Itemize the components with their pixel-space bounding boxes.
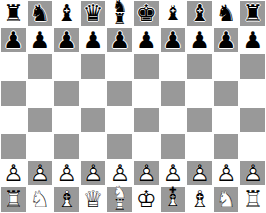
black-pawn-piece[interactable]: ♟ [133,27,160,54]
bishop-glyph-icon: ♝♗ [53,186,80,213]
queen-glyph-icon: ♛ [80,0,107,27]
cross-icon: ✚ [160,186,187,195]
white-bishop-piece[interactable]: ♝♗ [53,186,80,213]
white-pawn-piece[interactable]: ♟♙ [27,160,54,187]
pawn-glyph-icon-outline: ♙ [27,160,54,187]
pawn-glyph-icon: ♟ [213,27,240,54]
square-d7[interactable]: ♟ [80,27,107,54]
black-pawn-piece[interactable]: ♟ [27,27,54,54]
black-king-piece[interactable]: ♚ [133,0,160,27]
square-g7[interactable]: ♟ [160,27,187,54]
knight-glyph-icon: ♞ [213,0,240,27]
king-glyph-icon: ♚♔ [133,186,160,213]
square-j8[interactable]: ♜ [239,0,266,27]
square-h1[interactable]: ♝♗ [186,186,213,213]
knight-glyph-icon-outline: ♘ [27,186,54,213]
pawn-glyph-icon: ♟ [0,27,27,54]
square-e3[interactable] [106,133,133,160]
square-g2[interactable]: ♟♙ [160,160,187,187]
white-pawn-piece[interactable]: ♟♙ [213,160,240,187]
square-c4[interactable] [53,107,80,134]
square-j6[interactable] [239,53,266,80]
pawn-glyph-icon-outline: ♙ [213,160,240,187]
pawn-glyph-icon: ♟♙ [133,160,160,187]
queen-glyph-icon-outline: ♕ [80,186,107,213]
square-j1[interactable]: ♜♖ [239,186,266,213]
rook-base-glyph-icon: ♜♖ [106,198,133,213]
white-rook-piece[interactable]: ♜♖ [0,186,27,213]
square-h7[interactable]: ♟ [186,27,213,54]
black-chancellor-piece[interactable]: ♞♜ [106,0,133,27]
rook-glyph-icon-outline: ♖ [239,186,266,213]
square-f6[interactable] [133,53,160,80]
pawn-glyph-icon: ♟ [106,27,133,54]
pawn-glyph-icon: ♟♙ [53,160,80,187]
pawn-glyph-icon: ♟♙ [160,160,187,187]
square-g1[interactable]: ♝♗✚ [160,186,187,213]
pawn-glyph-icon: ♟♙ [239,160,266,187]
king-glyph-icon: ♚ [133,0,160,27]
pawn-glyph-icon: ♟ [213,27,240,54]
black-pawn-piece[interactable]: ♟ [213,27,240,54]
king-glyph-icon-outline: ♔ [133,186,160,213]
knight-glyph-icon: ♞♘ [27,186,54,213]
square-f4[interactable] [133,107,160,134]
pawn-glyph-icon: ♟ [27,27,54,54]
square-a8[interactable]: ♜ [0,0,27,27]
knight-glyph-icon: ♞♘ [213,186,240,213]
square-c3[interactable] [53,133,80,160]
black-bishop-piece[interactable]: ♝ [186,0,213,27]
king-glyph-icon: ♚ [133,0,160,27]
pawn-glyph-icon: ♟ [53,27,80,54]
square-e8[interactable]: ♞♜ [106,0,133,27]
black-rook-piece[interactable]: ♜ [239,0,266,27]
square-i7[interactable]: ♟ [213,27,240,54]
pawn-glyph-icon: ♟ [53,27,80,54]
pawn-glyph-icon-outline: ♙ [239,160,266,187]
bishop-glyph-icon-outline: ♗ [186,186,213,213]
square-j3[interactable] [239,133,266,160]
square-d6[interactable] [80,53,107,80]
white-knight-piece[interactable]: ♞♘ [27,186,54,213]
white-queen-piece[interactable]: ♛♕ [80,186,107,213]
square-d8[interactable]: ♛ [80,0,107,27]
knight-glyph-icon-outline: ♘ [213,186,240,213]
square-b1[interactable]: ♞♘ [27,186,54,213]
bishop-glyph-icon: ♝♗ [186,186,213,213]
square-h8[interactable]: ♝ [186,0,213,27]
knight-glyph-icon: ♞ [27,0,54,27]
square-g3[interactable] [160,133,187,160]
pawn-glyph-icon: ♟ [160,27,187,54]
rook-glyph-icon: ♜ [0,0,27,27]
black-pawn-piece[interactable]: ♟ [53,27,80,54]
rook-glyph-icon: ♜ [239,0,266,27]
pawn-glyph-icon-outline: ♙ [80,160,107,187]
rook-base-glyph-icon: ♜ [106,12,133,27]
rook-glyph-icon-outline: ♖ [0,186,27,213]
pawn-glyph-icon: ♟♙ [213,160,240,187]
white-pawn-piece[interactable]: ♟♙ [0,160,27,187]
bishop-glyph-icon: ♝ [186,0,213,27]
square-a2[interactable]: ♟♙ [0,160,27,187]
white-pawn-piece[interactable]: ♟♙ [160,160,187,187]
square-h4[interactable] [186,107,213,134]
square-f1[interactable]: ♚♔ [133,186,160,213]
square-f2[interactable]: ♟♙ [133,160,160,187]
square-d1[interactable]: ♛♕ [80,186,107,213]
square-i5[interactable] [213,80,240,107]
pawn-glyph-icon-outline: ♙ [160,160,187,187]
pawn-glyph-icon-outline: ♙ [0,160,27,187]
pawn-glyph-icon: ♟ [239,27,266,54]
bishop-glyph-icon: ♝ [186,0,213,27]
square-b2[interactable]: ♟♙ [27,160,54,187]
square-j4[interactable] [239,107,266,134]
square-i4[interactable] [213,107,240,134]
white-chancellor-piece[interactable]: ♞♘♜♖ [106,186,133,213]
square-d4[interactable] [80,107,107,134]
black-pawn-piece[interactable]: ♟ [239,27,266,54]
square-f5[interactable] [133,80,160,107]
pawn-glyph-icon: ♟♙ [186,160,213,187]
black-pawn-piece[interactable]: ♟ [186,27,213,54]
square-h5[interactable] [186,80,213,107]
square-e1[interactable]: ♞♘♜♖ [106,186,133,213]
square-f8[interactable]: ♚ [133,0,160,27]
square-d2[interactable]: ♟♙ [80,160,107,187]
rook-base-glyph-icon: ♜ [106,12,133,27]
square-c8[interactable]: ♝ [53,0,80,27]
square-f3[interactable] [133,133,160,160]
square-g6[interactable] [160,53,187,80]
square-i2[interactable]: ♟♙ [213,160,240,187]
pawn-glyph-icon: ♟ [106,27,133,54]
square-a7[interactable]: ♟ [0,27,27,54]
pawn-glyph-icon: ♟♙ [27,160,54,187]
pawn-glyph-icon: ♟ [186,27,213,54]
square-h2[interactable]: ♟♙ [186,160,213,187]
square-g5[interactable] [160,80,187,107]
square-i3[interactable] [213,133,240,160]
bishop-glyph-icon-outline: ♗ [53,186,80,213]
square-c6[interactable] [53,53,80,80]
pawn-glyph-icon: ♟ [186,27,213,54]
black-pawn-piece[interactable]: ♟ [0,27,27,54]
white-bishop-piece[interactable]: ♝♗ [186,186,213,213]
pawn-glyph-icon-outline: ♙ [186,160,213,187]
square-h6[interactable] [186,53,213,80]
pawn-glyph-icon: ♟ [133,27,160,54]
white-king-piece[interactable]: ♚♔ [133,186,160,213]
square-b7[interactable]: ♟ [27,27,54,54]
pawn-glyph-icon: ♟♙ [80,160,107,187]
square-f7[interactable]: ♟ [133,27,160,54]
pawn-glyph-icon: ♟ [80,27,107,54]
white-pawn-piece[interactable]: ♟♙ [239,160,266,187]
white-archbishop-piece[interactable]: ♝♗✚ [160,186,187,213]
pawn-glyph-icon: ♟♙ [0,160,27,187]
square-j2[interactable]: ♟♙ [239,160,266,187]
square-g4[interactable] [160,107,187,134]
pawn-glyph-icon: ♟ [160,27,187,54]
pawn-glyph-icon: ♟ [0,27,27,54]
square-h3[interactable] [186,133,213,160]
queen-glyph-icon: ♛ [80,0,107,27]
rook-glyph-icon: ♜♖ [239,186,266,213]
square-g8[interactable]: ♝✚ [160,0,187,27]
black-archbishop-piece[interactable]: ♝✚ [160,0,187,27]
square-a3[interactable] [0,133,27,160]
square-a6[interactable] [0,53,27,80]
square-d3[interactable] [80,133,107,160]
black-pawn-piece[interactable]: ♟ [160,27,187,54]
black-knight-piece[interactable]: ♞ [27,0,54,27]
square-i1[interactable]: ♞♘ [213,186,240,213]
white-pawn-piece[interactable]: ♟♙ [133,160,160,187]
pawn-glyph-icon: ♟ [80,27,107,54]
square-e7[interactable]: ♟ [106,27,133,54]
gothic-chess-board: ♜♞♝♛♞♜♚♝✚♝♞♜♟♟♟♟♟♟♟♟♟♟♟♙♟♙♟♙♟♙♟♙♟♙♟♙♟♙♟♙… [0,0,266,213]
square-a4[interactable] [0,107,27,134]
bishop-glyph-icon: ♝ [53,0,80,27]
square-b4[interactable] [27,107,54,134]
rook-glyph-icon: ♜ [0,0,27,27]
square-b8[interactable]: ♞ [27,0,54,27]
bishop-glyph-icon: ♝ [53,0,80,27]
square-d5[interactable] [80,80,107,107]
square-a1[interactable]: ♜♖ [0,186,27,213]
white-knight-piece[interactable]: ♞♘ [213,186,240,213]
pawn-glyph-icon: ♟ [239,27,266,54]
square-c7[interactable]: ♟ [53,27,80,54]
black-bishop-piece[interactable]: ♝ [53,0,80,27]
white-rook-piece[interactable]: ♜♖ [239,186,266,213]
black-pawn-piece[interactable]: ♟ [106,27,133,54]
square-b5[interactable] [27,80,54,107]
square-i6[interactable] [213,53,240,80]
black-queen-piece[interactable]: ♛ [80,0,107,27]
black-knight-piece[interactable]: ♞ [213,0,240,27]
queen-glyph-icon: ♛♕ [80,186,107,213]
square-c5[interactable] [53,80,80,107]
square-e5[interactable] [106,80,133,107]
pawn-glyph-icon: ♟ [133,27,160,54]
pawn-glyph-icon-outline: ♙ [133,160,160,187]
square-c1[interactable]: ♝♗ [53,186,80,213]
white-pawn-piece[interactable]: ♟♙ [186,160,213,187]
knight-glyph-icon: ♞ [213,0,240,27]
rook-glyph-icon: ♜ [239,0,266,27]
square-j5[interactable] [239,80,266,107]
cross-icon: ✚ [160,0,187,9]
square-c2[interactable]: ♟♙ [53,160,80,187]
square-i8[interactable]: ♞ [213,0,240,27]
square-e6[interactable] [106,53,133,80]
black-pawn-piece[interactable]: ♟ [80,27,107,54]
white-pawn-piece[interactable]: ♟♙ [53,160,80,187]
knight-glyph-icon: ♞ [27,0,54,27]
square-j7[interactable]: ♟ [239,27,266,54]
square-b3[interactable] [27,133,54,160]
rook-glyph-icon: ♜♖ [0,186,27,213]
pawn-glyph-icon-outline: ♙ [53,160,80,187]
black-rook-piece[interactable]: ♜ [0,0,27,27]
white-pawn-piece[interactable]: ♟♙ [80,160,107,187]
rook-base-glyph-icon-outline: ♖ [106,198,133,213]
square-b6[interactable] [27,53,54,80]
square-a5[interactable] [0,80,27,107]
square-e4[interactable] [106,107,133,134]
pawn-glyph-icon: ♟ [27,27,54,54]
